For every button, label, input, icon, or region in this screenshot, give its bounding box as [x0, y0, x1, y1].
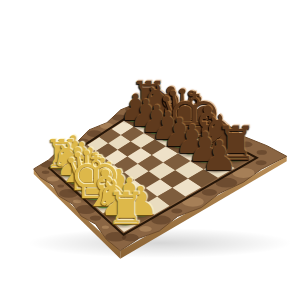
- chess-set-photo: ♜♞♟♝♟♛♟♚♟♝♟♞♟♜♟♟♟♜♟♟♞♟♝♟♛♟♚♝♟♞♟♜: [0, 0, 300, 300]
- chess-board: [0, 0, 300, 300]
